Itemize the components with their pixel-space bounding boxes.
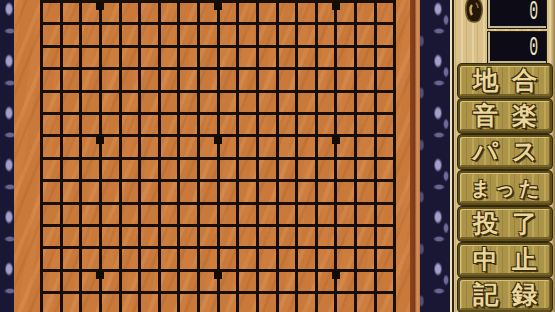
hoshi-star-point [332,271,340,279]
hoshi-star-point [332,2,340,10]
hoshi-star-point [96,136,104,144]
stop-button[interactable]: 中止 [458,243,552,277]
counter-bottom-value: 0 [529,34,538,61]
territory-count-label: 地合 [473,66,551,96]
record-button[interactable]: 記録 [458,278,552,312]
counter-top-display: 0 [487,0,547,29]
music-button[interactable]: 音楽 [458,99,552,133]
control-sidebar: 0 0 地合 音楽 パス まった 投了 中止 記録 [450,0,555,312]
hoshi-star-point [214,136,222,144]
undo-label: まった [470,173,543,203]
hoshi-star-point [214,2,222,10]
go-board[interactable] [14,0,412,312]
stone-bowl-icon [463,0,485,28]
pass-button[interactable]: パス [458,135,552,169]
board-right-edge [410,0,420,312]
resign-button[interactable]: 投了 [458,207,552,241]
resign-label: 投了 [473,209,551,239]
territory-count-button[interactable]: 地合 [458,64,552,98]
hoshi-star-point [96,2,104,10]
undo-button[interactable]: まった [458,171,552,205]
music-label: 音楽 [473,101,551,131]
sidebar-left-bevel [450,0,455,312]
game-screen: 0 0 地合 音楽 パス まった 投了 中止 記録 [0,0,555,312]
goban-grid [40,0,396,312]
pass-label: パス [472,137,551,167]
counter-top-value: 0 [529,0,538,25]
hoshi-star-point [96,271,104,279]
stop-label: 中止 [473,245,551,275]
record-label: 記録 [473,280,551,310]
counter-bottom-display: 0 [487,31,547,64]
hoshi-star-point [332,136,340,144]
hoshi-star-point [214,271,222,279]
